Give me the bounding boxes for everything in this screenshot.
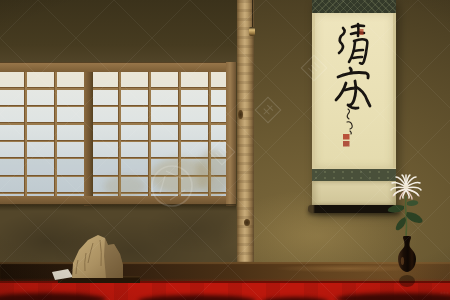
artist-seal — [343, 141, 350, 147]
foliage-shadow — [104, 175, 146, 197]
shoji-top-rail — [0, 62, 236, 72]
flower-stem — [406, 196, 407, 238]
tea-room-photo: Japanese tea room: shoji window, calligr… — [0, 0, 450, 300]
cord-weight — [249, 27, 255, 36]
hanging-cord — [252, 0, 253, 27]
carpet-edge-shadow — [336, 293, 450, 300]
wood-knot — [244, 219, 250, 226]
foliage-shadow — [196, 150, 230, 196]
flower-center — [404, 185, 409, 190]
shoji-center-stile — [84, 66, 93, 206]
vase-body — [398, 236, 416, 272]
artist-seal — [343, 134, 350, 140]
bud-vase — [393, 234, 421, 290]
carpet-edge-shadow — [138, 295, 256, 300]
vase-reflection — [399, 275, 415, 287]
calligraphy-artwork — [312, 13, 396, 168]
vase-highlight — [401, 257, 404, 265]
scroll-top-mount — [312, 0, 396, 14]
intro-seal — [360, 29, 364, 35]
alcove-post — [237, 0, 254, 264]
window-sill-shadow — [0, 204, 236, 211]
wood-knot — [238, 110, 243, 119]
viewing-stone-group — [48, 228, 144, 290]
wall-above-window — [0, 0, 238, 64]
window-frame-right — [226, 62, 236, 206]
shoji-panel-left — [0, 72, 84, 196]
